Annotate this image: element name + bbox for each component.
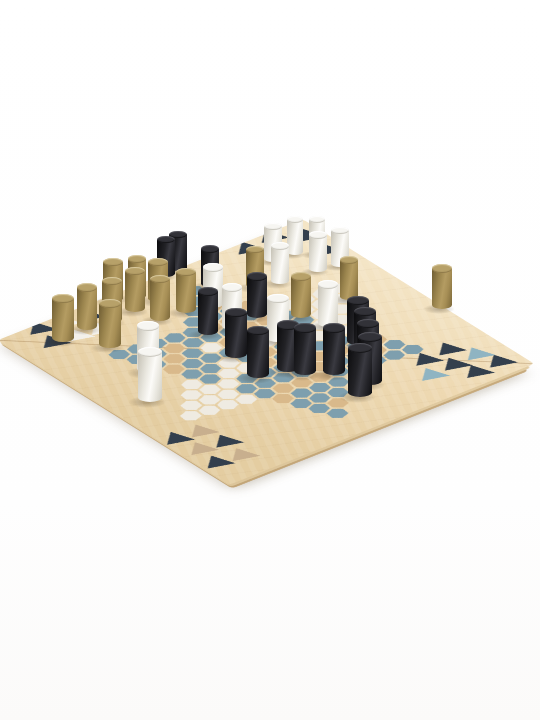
peg-top	[198, 287, 219, 296]
peg-gold[interactable]	[125, 271, 145, 312]
peg-top	[357, 319, 379, 328]
peg-black[interactable]	[247, 330, 270, 378]
peg-top	[340, 256, 359, 264]
peg-top	[176, 268, 196, 276]
peg-top	[201, 245, 219, 253]
peg-top	[125, 267, 145, 275]
peg-top	[102, 277, 122, 285]
peg-top	[323, 323, 346, 333]
peg-top	[148, 258, 167, 266]
peg-top	[347, 296, 368, 305]
peg-top	[77, 283, 97, 292]
peg-top	[267, 294, 288, 303]
peg-top	[246, 246, 264, 254]
peg-top	[271, 242, 289, 250]
peg-top	[137, 321, 160, 330]
peg-white[interactable]	[309, 235, 327, 272]
triangle-decoration	[191, 442, 221, 456]
peg-top	[432, 264, 451, 272]
triangle-decoration	[416, 353, 446, 367]
peg-top	[247, 272, 267, 280]
peg-top	[331, 227, 348, 234]
peg-top	[348, 343, 372, 353]
triangle-decoration	[192, 425, 222, 439]
peg-top	[128, 255, 147, 263]
peg-top	[294, 323, 317, 333]
peg-gold[interactable]	[176, 272, 196, 313]
peg-white[interactable]	[138, 352, 162, 402]
peg-top	[203, 263, 222, 271]
peg-top	[157, 236, 175, 244]
peg-gold[interactable]	[340, 260, 359, 300]
peg-black[interactable]	[323, 328, 346, 375]
peg-top	[287, 216, 304, 223]
peg-top	[309, 231, 327, 238]
product-photo-stage	[0, 0, 540, 720]
peg-white[interactable]	[271, 246, 289, 284]
triangle-decoration	[167, 432, 197, 446]
peg-gold[interactable]	[432, 268, 451, 309]
peg-top	[222, 283, 242, 292]
peg-black[interactable]	[247, 277, 267, 318]
triangle-decoration	[422, 368, 452, 382]
triangle-decoration	[216, 435, 246, 449]
peg-black[interactable]	[225, 313, 247, 358]
peg-white[interactable]	[287, 220, 304, 255]
peg-top	[358, 332, 381, 342]
peg-gold[interactable]	[291, 277, 311, 318]
peg-black[interactable]	[294, 328, 317, 375]
peg-gold[interactable]	[150, 279, 170, 321]
peg-top	[264, 223, 281, 230]
peg-gold[interactable]	[99, 304, 120, 348]
peg-top	[247, 326, 270, 336]
peg-white[interactable]	[318, 285, 338, 327]
peg-top	[103, 258, 122, 266]
peg-top	[309, 216, 326, 223]
peg-top	[99, 299, 120, 308]
peg-top	[52, 294, 73, 303]
peg-gold[interactable]	[77, 287, 97, 330]
peg-top	[225, 308, 247, 317]
peg-black[interactable]	[348, 348, 372, 397]
peg-top	[138, 347, 162, 357]
peg-gold[interactable]	[52, 298, 73, 342]
peg-top	[150, 275, 170, 283]
peg-top	[291, 272, 311, 280]
peg-top	[354, 307, 376, 316]
triangle-decoration	[233, 448, 263, 462]
triangle-decoration	[208, 456, 238, 470]
peg-top	[318, 280, 338, 289]
peg-black[interactable]	[198, 292, 219, 335]
